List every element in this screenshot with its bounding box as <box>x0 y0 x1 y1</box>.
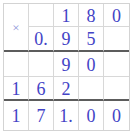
cell-r4c1-digit: 1 <box>4 77 29 101</box>
cell-r5c4-digit: 0 <box>79 101 104 130</box>
cell-r4c3-digit: 2 <box>54 77 79 101</box>
multiplication-grid: × 1 8 0 0. 9 5 9 0 1 6 2 1 7 1. 0 0 <box>3 3 130 131</box>
cell-r4c4 <box>79 77 104 101</box>
cell-r1c4-digit: 8 <box>79 4 104 27</box>
cell-r3c1 <box>4 52 29 77</box>
cell-r5c2-digit: 7 <box>29 101 54 130</box>
cell-r1c2 <box>29 4 54 27</box>
cell-r3c3-digit: 9 <box>54 52 79 77</box>
cell-r1c3-digit: 1 <box>54 4 79 27</box>
cell-r2c3-digit: 9 <box>54 27 79 52</box>
cell-r5c3-digit: 1. <box>54 101 79 130</box>
multiplication-worksheet: × 1 8 0 0. 9 5 9 0 1 6 2 1 7 1. 0 0 <box>0 0 134 134</box>
cell-r4c5 <box>104 77 129 101</box>
cell-r4c2-digit: 6 <box>29 77 54 101</box>
cell-r5c5-digit: 0 <box>104 101 129 130</box>
cell-r5c1-digit: 1 <box>4 101 29 130</box>
cell-r1c5-digit: 0 <box>104 4 129 27</box>
cell-r2c5 <box>104 27 129 52</box>
cell-r3c2 <box>29 52 54 77</box>
cell-r3c5 <box>104 52 129 77</box>
cell-r2c2-digit: 0. <box>29 27 54 52</box>
multiply-sign: × <box>4 4 29 52</box>
cell-r2c4-digit: 5 <box>79 27 104 52</box>
cell-r3c4-digit: 0 <box>79 52 104 77</box>
